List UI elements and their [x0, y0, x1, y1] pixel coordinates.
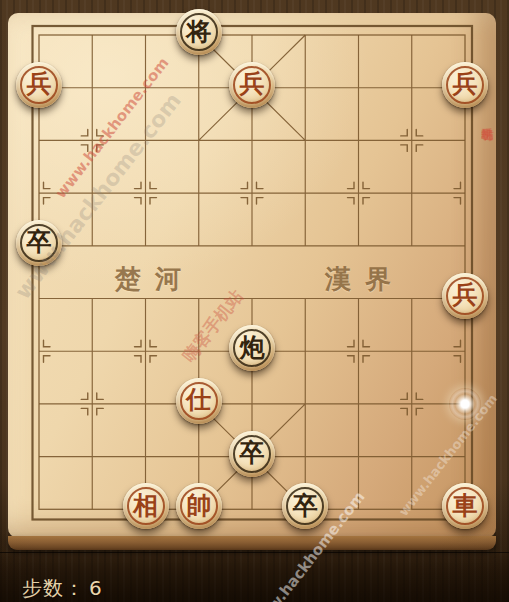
- piece-red-general[interactable]: 帥: [176, 483, 222, 529]
- piece-black-soldier[interactable]: 卒: [16, 220, 62, 266]
- piece-glyph: 車: [442, 483, 488, 529]
- piece-red-soldier[interactable]: 兵: [442, 62, 488, 108]
- piece-glyph: 兵: [16, 62, 62, 108]
- piece-glyph: 将: [176, 9, 222, 55]
- piece-glyph: 卒: [16, 220, 62, 266]
- piece-glyph: 帥: [176, 483, 222, 529]
- piece-glyph: 卒: [282, 483, 328, 529]
- piece-glyph: 兵: [229, 62, 275, 108]
- move-counter-label: 步数：: [22, 576, 85, 600]
- piece-glyph: 兵: [442, 62, 488, 108]
- piece-red-soldier[interactable]: 兵: [442, 273, 488, 319]
- piece-red-soldier[interactable]: 兵: [16, 62, 62, 108]
- piece-glyph: 兵: [442, 273, 488, 319]
- piece-glyph: 炮: [229, 325, 275, 371]
- piece-red-elephant[interactable]: 相: [123, 483, 169, 529]
- piece-glyph: 仕: [176, 378, 222, 424]
- move-counter-value: 6: [89, 576, 103, 600]
- piece-black-cannon[interactable]: 炮: [229, 325, 275, 371]
- piece-glyph: 相: [123, 483, 169, 529]
- piece-red-advisor[interactable]: 仕: [176, 378, 222, 424]
- piece-glyph: 卒: [229, 431, 275, 477]
- status-bar: 步数：6: [22, 575, 103, 602]
- piece-black-soldier[interactable]: 卒: [282, 483, 328, 529]
- piece-black-soldier[interactable]: 卒: [229, 431, 275, 477]
- piece-black-general[interactable]: 将: [176, 9, 222, 55]
- app-screen: 楚河 漢界 将兵兵兵卒兵炮仕卒相帥卒車 步数：6 www.hackhome.co…: [0, 0, 509, 602]
- piece-red-soldier[interactable]: 兵: [229, 62, 275, 108]
- piece-red-chariot[interactable]: 車: [442, 483, 488, 529]
- pieces-layer: 将兵兵兵卒兵炮仕卒相帥卒車: [0, 0, 509, 602]
